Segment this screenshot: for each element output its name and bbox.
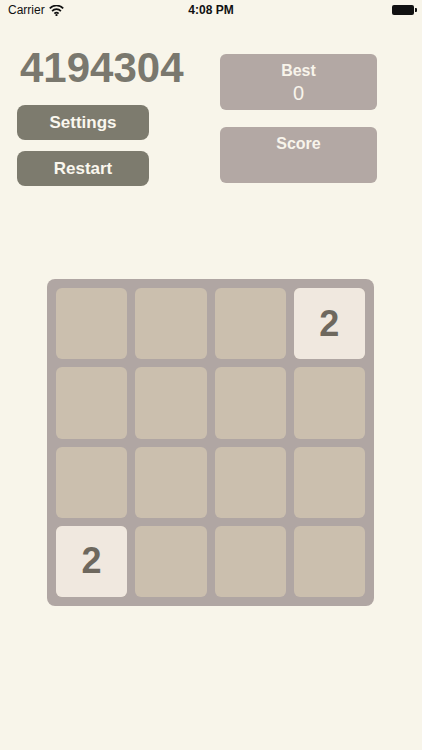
tile-2: 2	[56, 526, 127, 597]
best-value: 0	[293, 82, 304, 105]
best-score-box: Best 0	[220, 54, 377, 110]
grid-cell	[135, 288, 206, 359]
settings-button[interactable]: Settings	[17, 105, 149, 140]
current-score-box: Score	[220, 127, 377, 183]
grid-cell	[56, 288, 127, 359]
grid-cell	[56, 447, 127, 518]
grid-cell	[135, 526, 206, 597]
grid-cell	[294, 367, 365, 438]
restart-button[interactable]: Restart	[17, 151, 149, 186]
grid-cell	[215, 288, 286, 359]
grid-cell	[215, 447, 286, 518]
score-label: Score	[276, 135, 320, 153]
grid-cell	[135, 447, 206, 518]
tile-2: 2	[294, 288, 365, 359]
grid-cell	[215, 367, 286, 438]
grid-cell: 2	[294, 288, 365, 359]
status-bar: Carrier 4:08 PM	[0, 0, 422, 20]
best-label: Best	[281, 62, 316, 80]
battery-icon	[392, 5, 414, 15]
grid-cell	[215, 526, 286, 597]
grid-cell: 2	[56, 526, 127, 597]
app-title: 4194304	[20, 44, 184, 92]
grid-cell	[294, 447, 365, 518]
board[interactable]: 22	[47, 279, 374, 606]
grid-cell	[135, 367, 206, 438]
grid-cell	[56, 367, 127, 438]
clock: 4:08 PM	[188, 3, 233, 17]
grid-cell	[294, 526, 365, 597]
